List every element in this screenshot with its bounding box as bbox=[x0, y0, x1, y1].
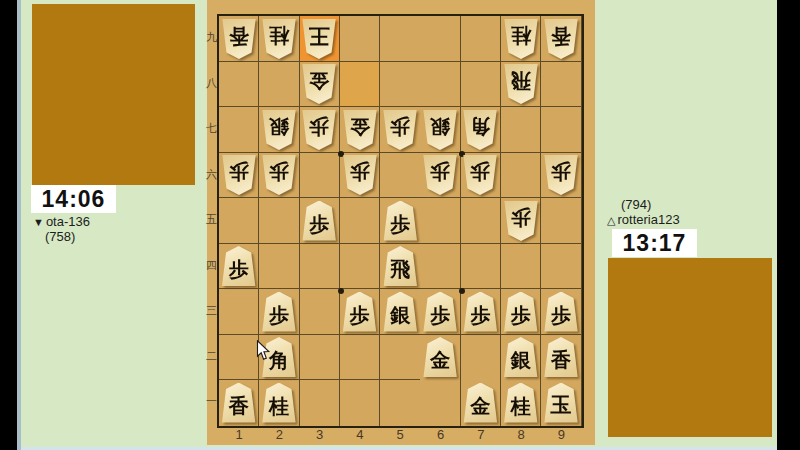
piece-kanji: 歩 bbox=[470, 305, 490, 325]
piece-kanji: 歩 bbox=[390, 214, 410, 234]
board-cell[interactable] bbox=[219, 198, 259, 244]
rank-label: 八 bbox=[205, 76, 218, 91]
board-cell[interactable]: 歩 bbox=[300, 107, 340, 153]
piece-kanji: 桂 bbox=[269, 26, 289, 46]
piece-kanji: 桂 bbox=[511, 396, 531, 416]
board-cell[interactable] bbox=[300, 153, 340, 199]
shogi-board-grid: 香桂王桂香金飛銀歩金歩銀角歩歩歩歩歩歩歩歩歩歩飛歩歩銀歩歩歩歩角金銀香香桂金桂玉 bbox=[217, 14, 584, 428]
piece-kanji: 歩 bbox=[430, 162, 450, 182]
board-cell[interactable] bbox=[219, 107, 259, 153]
board-cell[interactable]: 歩 bbox=[219, 244, 259, 290]
rank-label: 三 bbox=[205, 303, 218, 318]
shogi-piece[interactable]: 歩 bbox=[383, 201, 417, 241]
piece-kanji: 歩 bbox=[430, 305, 450, 325]
piece-kanji: 桂 bbox=[511, 26, 531, 46]
board-cell[interactable] bbox=[541, 198, 581, 244]
board-cell[interactable]: 桂 bbox=[259, 16, 299, 62]
shogi-piece[interactable]: 歩 bbox=[302, 110, 336, 150]
left-blue-strip bbox=[17, 0, 21, 450]
board-cell[interactable] bbox=[340, 198, 380, 244]
rank-label: 四 bbox=[205, 258, 218, 273]
piece-kanji: 金 bbox=[350, 117, 370, 137]
shogi-piece[interactable]: 歩 bbox=[343, 292, 377, 332]
shogi-piece[interactable]: 桂 bbox=[504, 383, 538, 423]
board-cell[interactable] bbox=[219, 289, 259, 335]
piece-kanji: 歩 bbox=[470, 162, 490, 182]
right-black-edge bbox=[777, 0, 800, 450]
piece-kanji: 銀 bbox=[511, 350, 531, 370]
piece-kanji: 歩 bbox=[229, 259, 249, 279]
board-cell[interactable] bbox=[420, 62, 460, 108]
board-cell[interactable]: 歩 bbox=[501, 289, 541, 335]
left-black-edge bbox=[0, 0, 17, 450]
clock-gote: 13:17 bbox=[612, 229, 697, 257]
file-label: 6 bbox=[421, 427, 461, 442]
board-cell[interactable] bbox=[380, 380, 420, 426]
piece-kanji: 飛 bbox=[511, 71, 531, 91]
piece-kanji: 歩 bbox=[269, 305, 289, 325]
player-name-sente-text: ota-136 bbox=[46, 214, 90, 229]
board-cell[interactable] bbox=[340, 380, 380, 426]
piece-kanji: 歩 bbox=[350, 162, 370, 182]
board-cell[interactable]: 飛 bbox=[380, 244, 420, 290]
piece-kanji: 歩 bbox=[511, 305, 531, 325]
board-cell[interactable] bbox=[259, 244, 299, 290]
rank-label: 五 bbox=[205, 212, 218, 227]
shogi-piece[interactable]: 桂 bbox=[262, 19, 296, 59]
board-cell[interactable] bbox=[461, 62, 501, 108]
board-cell[interactable]: 桂 bbox=[501, 16, 541, 62]
shogi-piece[interactable]: 歩 bbox=[463, 292, 497, 332]
board-cell[interactable]: 角 bbox=[461, 107, 501, 153]
board-cell[interactable] bbox=[380, 62, 420, 108]
shogi-piece[interactable]: 桂 bbox=[262, 383, 296, 423]
board-cell[interactable]: 歩 bbox=[420, 153, 460, 199]
piece-kanji: 香 bbox=[229, 396, 249, 416]
shogi-piece[interactable]: 玉 bbox=[544, 383, 578, 423]
mouse-cursor-icon bbox=[256, 340, 271, 361]
shogi-piece[interactable]: 香 bbox=[222, 19, 256, 59]
board-cell[interactable] bbox=[420, 380, 460, 426]
player-name-gote: △rotteria123 bbox=[607, 212, 680, 227]
board-cell[interactable]: 歩 bbox=[259, 289, 299, 335]
piece-kanji: 金 bbox=[470, 396, 490, 416]
piece-kanji: 香 bbox=[229, 26, 249, 46]
shogi-board: 香桂王桂香金飛銀歩金歩銀角歩歩歩歩歩歩歩歩歩歩飛歩歩銀歩歩歩歩角金銀香香桂金桂玉… bbox=[207, 0, 595, 445]
board-cell[interactable]: 歩 bbox=[541, 153, 581, 199]
shogi-piece[interactable]: 桂 bbox=[504, 19, 538, 59]
shogi-piece[interactable]: 歩 bbox=[544, 292, 578, 332]
board-cell[interactable] bbox=[420, 244, 460, 290]
board-cell[interactable]: 玉 bbox=[541, 380, 581, 426]
rank-label: 一 bbox=[205, 394, 218, 409]
board-cell[interactable] bbox=[420, 198, 460, 244]
shogi-piece[interactable]: 歩 bbox=[262, 292, 296, 332]
board-cell[interactable] bbox=[259, 62, 299, 108]
piece-kanji: 飛 bbox=[390, 259, 410, 279]
board-cell[interactable] bbox=[380, 335, 420, 381]
player-rating-sente: (758) bbox=[45, 229, 75, 244]
board-cell[interactable] bbox=[300, 335, 340, 381]
file-label: 3 bbox=[300, 427, 340, 442]
board-cell[interactable]: 歩 bbox=[501, 198, 541, 244]
board-cell[interactable]: 銀 bbox=[259, 107, 299, 153]
piece-kanji: 金 bbox=[430, 350, 450, 370]
piece-kanji: 桂 bbox=[269, 396, 289, 416]
shogi-piece[interactable]: 歩 bbox=[262, 155, 296, 195]
board-cell[interactable]: 香 bbox=[541, 335, 581, 381]
board-cell[interactable] bbox=[461, 335, 501, 381]
file-label: 2 bbox=[259, 427, 299, 442]
board-cell[interactable] bbox=[340, 335, 380, 381]
captured-pieces-tray-gote[interactable] bbox=[608, 258, 772, 437]
shogi-piece[interactable]: 歩 bbox=[504, 201, 538, 241]
piece-kanji: 王 bbox=[309, 25, 330, 46]
board-cell[interactable] bbox=[300, 380, 340, 426]
shogi-piece[interactable]: 香 bbox=[544, 337, 578, 377]
shogi-piece[interactable]: 銀 bbox=[504, 337, 538, 377]
board-cell[interactable]: 桂 bbox=[501, 380, 541, 426]
board-cell[interactable] bbox=[300, 289, 340, 335]
piece-kanji: 角 bbox=[269, 350, 289, 370]
shogi-piece[interactable]: 飛 bbox=[504, 64, 538, 104]
board-cell[interactable] bbox=[340, 62, 380, 108]
shogi-piece[interactable]: 角 bbox=[463, 110, 497, 150]
board-cell[interactable]: 金 bbox=[461, 380, 501, 426]
board-cell[interactable]: 歩 bbox=[461, 289, 501, 335]
board-cell[interactable] bbox=[420, 16, 460, 62]
board-cell[interactable]: 銀 bbox=[420, 107, 460, 153]
shogi-piece[interactable]: 歩 bbox=[544, 155, 578, 195]
piece-kanji: 玉 bbox=[551, 395, 572, 416]
shogi-piece[interactable]: 金 bbox=[343, 110, 377, 150]
file-label: 4 bbox=[340, 427, 380, 442]
captured-pieces-tray-sente[interactable] bbox=[32, 4, 195, 185]
player-rating-gote: (794) bbox=[621, 197, 651, 212]
board-cell[interactable] bbox=[380, 16, 420, 62]
board-cell[interactable] bbox=[219, 335, 259, 381]
board-cell[interactable]: 歩 bbox=[380, 198, 420, 244]
shogi-piece[interactable]: 香 bbox=[222, 383, 256, 423]
shogi-piece[interactable]: 金 bbox=[302, 64, 336, 104]
file-label: 7 bbox=[461, 427, 501, 442]
sente-mark-icon: ▼ bbox=[33, 216, 44, 228]
board-cell[interactable]: 歩 bbox=[340, 153, 380, 199]
board-cell[interactable]: 金 bbox=[420, 335, 460, 381]
piece-kanji: 歩 bbox=[390, 117, 410, 137]
shogi-piece[interactable]: 歩 bbox=[463, 155, 497, 195]
shogi-piece[interactable]: 金 bbox=[463, 383, 497, 423]
file-label: 1 bbox=[219, 427, 259, 442]
piece-kanji: 銀 bbox=[390, 305, 410, 325]
shogi-piece[interactable]: 歩 bbox=[423, 292, 457, 332]
shogi-piece[interactable]: 歩 bbox=[222, 246, 256, 286]
shogi-piece[interactable]: 飛 bbox=[383, 246, 417, 286]
file-label: 9 bbox=[541, 427, 581, 442]
board-cell[interactable]: 飛 bbox=[501, 62, 541, 108]
board-cell[interactable]: 歩 bbox=[219, 153, 259, 199]
board-cell[interactable] bbox=[259, 198, 299, 244]
board-cell[interactable] bbox=[501, 153, 541, 199]
player-name-gote-text: rotteria123 bbox=[617, 212, 679, 227]
piece-kanji: 歩 bbox=[269, 162, 289, 182]
board-cell[interactable] bbox=[380, 153, 420, 199]
shogi-piece[interactable]: 歩 bbox=[383, 110, 417, 150]
board-cell[interactable]: 歩 bbox=[380, 107, 420, 153]
piece-kanji: 歩 bbox=[309, 214, 329, 234]
board-cell[interactable] bbox=[219, 62, 259, 108]
board-cell[interactable]: 桂 bbox=[259, 380, 299, 426]
shogi-piece[interactable]: 歩 bbox=[302, 201, 336, 241]
piece-kanji: 歩 bbox=[551, 305, 571, 325]
board-cell[interactable]: 銀 bbox=[380, 289, 420, 335]
piece-kanji: 歩 bbox=[229, 162, 249, 182]
board-cell[interactable]: 歩 bbox=[259, 153, 299, 199]
rank-label: 二 bbox=[205, 349, 218, 364]
shogi-client-window: 14:06 ▼ota-136 (758) (794) △rotteria123 … bbox=[0, 0, 800, 450]
board-cell[interactable]: 金 bbox=[340, 107, 380, 153]
board-cell[interactable]: 銀 bbox=[501, 335, 541, 381]
board-cell[interactable] bbox=[461, 244, 501, 290]
piece-kanji: 歩 bbox=[350, 305, 370, 325]
board-cell[interactable] bbox=[501, 107, 541, 153]
board-cell[interactable] bbox=[541, 107, 581, 153]
shogi-piece[interactable]: 銀 bbox=[262, 110, 296, 150]
shogi-piece[interactable]: 銀 bbox=[423, 110, 457, 150]
shogi-piece[interactable]: 香 bbox=[544, 19, 578, 59]
board-cell[interactable]: 香 bbox=[219, 380, 259, 426]
shogi-piece[interactable]: 銀 bbox=[383, 292, 417, 332]
board-cell[interactable]: 歩 bbox=[420, 289, 460, 335]
board-cell[interactable]: 歩 bbox=[541, 289, 581, 335]
shogi-piece[interactable]: 王 bbox=[302, 19, 336, 59]
board-cell[interactable] bbox=[340, 244, 380, 290]
board-cell[interactable] bbox=[461, 198, 501, 244]
board-cell[interactable]: 歩 bbox=[340, 289, 380, 335]
piece-kanji: 歩 bbox=[551, 162, 571, 182]
file-label: 8 bbox=[501, 427, 541, 442]
piece-kanji: 銀 bbox=[430, 117, 450, 137]
shogi-piece[interactable]: 歩 bbox=[423, 155, 457, 195]
rank-label: 六 bbox=[205, 167, 218, 182]
player-name-sente: ▼ota-136 bbox=[33, 214, 90, 229]
rank-label: 九 bbox=[205, 30, 218, 45]
board-cell[interactable] bbox=[501, 244, 541, 290]
board-cell[interactable]: 金 bbox=[300, 62, 340, 108]
piece-kanji: 香 bbox=[551, 26, 571, 46]
shogi-piece[interactable]: 金 bbox=[423, 337, 457, 377]
piece-kanji: 歩 bbox=[511, 208, 531, 228]
board-cell[interactable] bbox=[541, 62, 581, 108]
piece-kanji: 歩 bbox=[309, 117, 329, 137]
board-cell[interactable]: 歩 bbox=[300, 198, 340, 244]
gote-mark-icon: △ bbox=[607, 214, 615, 226]
rank-label: 七 bbox=[205, 121, 218, 136]
board-cell[interactable] bbox=[300, 244, 340, 290]
clock-sente: 14:06 bbox=[31, 185, 116, 213]
board-cell[interactable]: 王 bbox=[300, 16, 340, 62]
shogi-piece[interactable]: 歩 bbox=[222, 155, 256, 195]
piece-kanji: 銀 bbox=[269, 117, 289, 137]
board-cell[interactable]: 香 bbox=[541, 16, 581, 62]
file-label: 5 bbox=[380, 427, 420, 442]
board-cell[interactable] bbox=[461, 16, 501, 62]
board-cell[interactable]: 歩 bbox=[461, 153, 501, 199]
piece-kanji: 香 bbox=[551, 350, 571, 370]
piece-kanji: 角 bbox=[470, 117, 490, 137]
shogi-piece[interactable]: 歩 bbox=[504, 292, 538, 332]
board-cell[interactable]: 香 bbox=[219, 16, 259, 62]
piece-kanji: 金 bbox=[309, 71, 329, 91]
shogi-piece[interactable]: 歩 bbox=[343, 155, 377, 195]
board-cell[interactable] bbox=[541, 244, 581, 290]
board-cell[interactable] bbox=[340, 16, 380, 62]
